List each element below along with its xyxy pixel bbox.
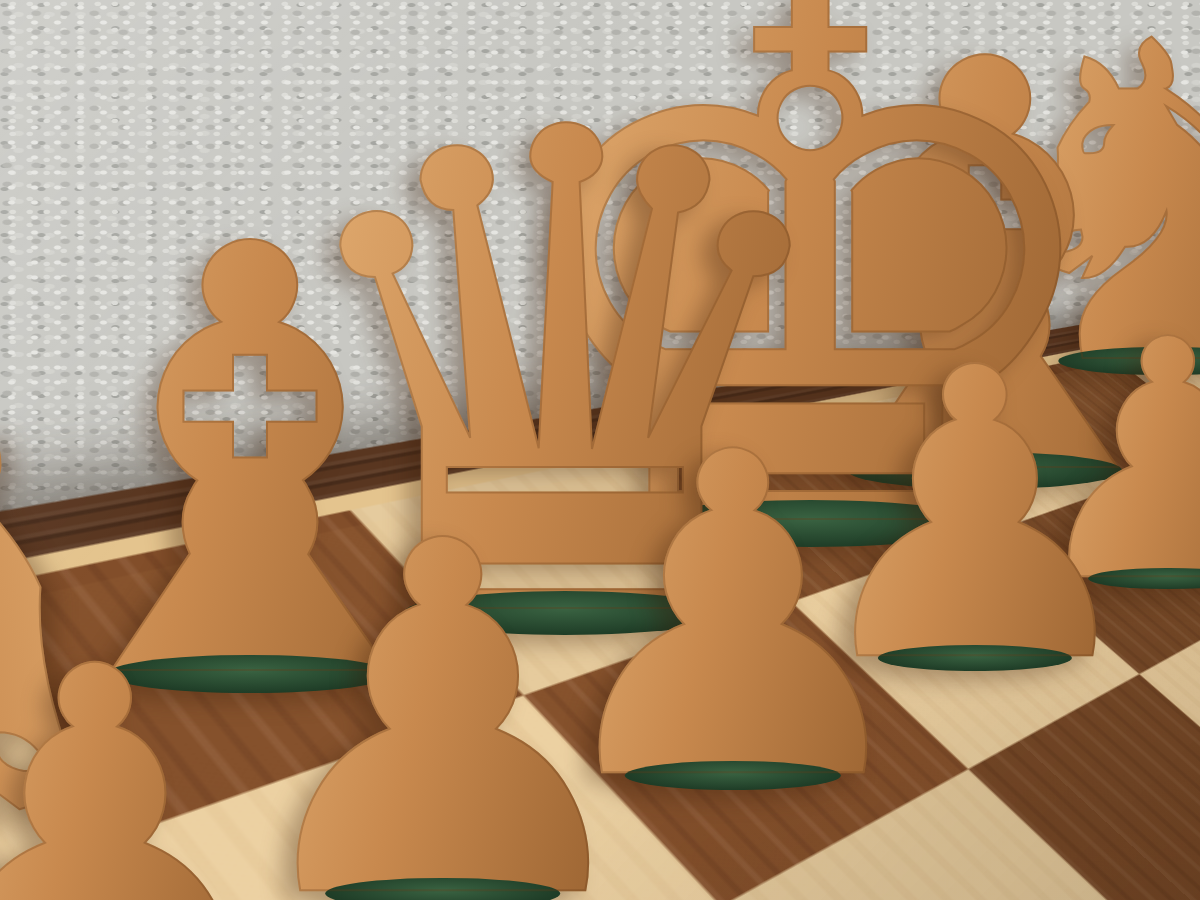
chess-set-photo: ♞♝♛♚♝♞♟♟♟♟♟ xyxy=(0,0,1200,900)
piece-white-pawn-b2: ♟ xyxy=(0,609,299,900)
